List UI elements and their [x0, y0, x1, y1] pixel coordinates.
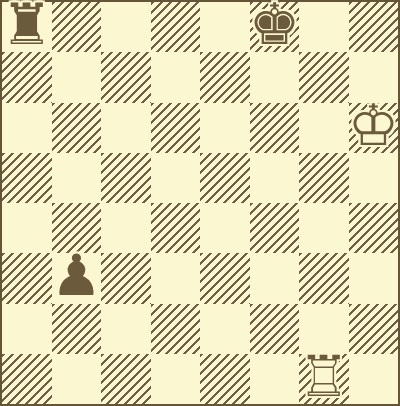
- square-c3[interactable]: [101, 253, 151, 303]
- square-g1[interactable]: ♜♖: [299, 354, 349, 404]
- square-b2[interactable]: [52, 304, 102, 354]
- square-c4[interactable]: [101, 203, 151, 253]
- square-g7[interactable]: [299, 52, 349, 102]
- black-rook-glyph: ♜: [1, 0, 52, 53]
- square-a1[interactable]: [2, 354, 52, 404]
- square-b8[interactable]: [52, 2, 102, 52]
- square-d7[interactable]: [151, 52, 201, 102]
- white-rook-outline: ♖: [298, 348, 349, 405]
- white-king[interactable]: ♚♔: [349, 103, 399, 153]
- square-a5[interactable]: [2, 153, 52, 203]
- square-a7[interactable]: [2, 52, 52, 102]
- square-f5[interactable]: [250, 153, 300, 203]
- white-rook[interactable]: ♜♖: [299, 354, 349, 404]
- chess-board: ♜♚♚♔♟♜♖: [0, 0, 400, 406]
- square-c8[interactable]: [101, 2, 151, 52]
- square-b6[interactable]: [52, 103, 102, 153]
- square-a8[interactable]: ♜: [2, 2, 52, 52]
- square-g3[interactable]: [299, 253, 349, 303]
- square-e6[interactable]: [200, 103, 250, 153]
- square-a3[interactable]: [2, 253, 52, 303]
- square-f8[interactable]: ♚: [250, 2, 300, 52]
- square-c6[interactable]: [101, 103, 151, 153]
- square-g6[interactable]: [299, 103, 349, 153]
- square-f1[interactable]: [250, 354, 300, 404]
- black-king-glyph: ♚: [249, 0, 300, 53]
- square-g4[interactable]: [299, 203, 349, 253]
- black-pawn[interactable]: ♟: [52, 253, 102, 303]
- square-e8[interactable]: [200, 2, 250, 52]
- square-h2[interactable]: [349, 304, 399, 354]
- chess-diagram: ♜♚♚♔♟♜♖: [0, 0, 400, 406]
- square-e5[interactable]: [200, 153, 250, 203]
- square-f4[interactable]: [250, 203, 300, 253]
- square-b7[interactable]: [52, 52, 102, 102]
- square-b1[interactable]: [52, 354, 102, 404]
- square-a2[interactable]: [2, 304, 52, 354]
- square-d1[interactable]: [151, 354, 201, 404]
- square-e4[interactable]: [200, 203, 250, 253]
- square-d6[interactable]: [151, 103, 201, 153]
- square-e2[interactable]: [200, 304, 250, 354]
- square-e3[interactable]: [200, 253, 250, 303]
- square-f7[interactable]: [250, 52, 300, 102]
- square-a6[interactable]: [2, 103, 52, 153]
- black-pawn-glyph: ♟: [51, 248, 102, 305]
- square-a4[interactable]: [2, 203, 52, 253]
- square-f2[interactable]: [250, 304, 300, 354]
- square-f3[interactable]: [250, 253, 300, 303]
- square-e7[interactable]: [200, 52, 250, 102]
- square-d5[interactable]: [151, 153, 201, 203]
- square-b3[interactable]: ♟: [52, 253, 102, 303]
- square-e1[interactable]: [200, 354, 250, 404]
- square-c2[interactable]: [101, 304, 151, 354]
- square-d8[interactable]: [151, 2, 201, 52]
- square-d2[interactable]: [151, 304, 201, 354]
- square-h4[interactable]: [349, 203, 399, 253]
- square-h5[interactable]: [349, 153, 399, 203]
- square-b5[interactable]: [52, 153, 102, 203]
- square-c1[interactable]: [101, 354, 151, 404]
- black-king[interactable]: ♚: [250, 2, 300, 52]
- square-c7[interactable]: [101, 52, 151, 102]
- square-h6[interactable]: ♚♔: [349, 103, 399, 153]
- square-g8[interactable]: [299, 2, 349, 52]
- square-g5[interactable]: [299, 153, 349, 203]
- square-c5[interactable]: [101, 153, 151, 203]
- square-h3[interactable]: [349, 253, 399, 303]
- square-d3[interactable]: [151, 253, 201, 303]
- square-h1[interactable]: [349, 354, 399, 404]
- square-f6[interactable]: [250, 103, 300, 153]
- square-d4[interactable]: [151, 203, 201, 253]
- black-rook[interactable]: ♜: [2, 2, 52, 52]
- square-h8[interactable]: [349, 2, 399, 52]
- white-king-outline: ♔: [348, 97, 399, 154]
